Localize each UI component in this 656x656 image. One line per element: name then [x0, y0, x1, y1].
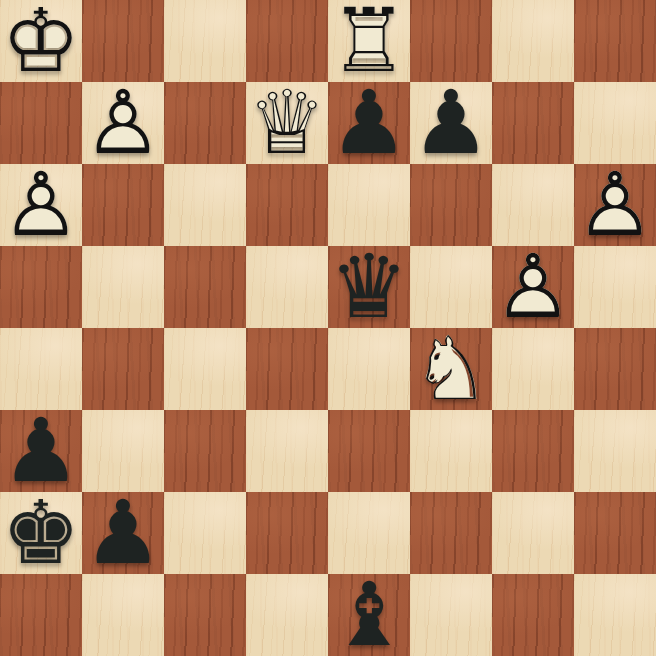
square-e4[interactable]	[328, 328, 410, 410]
queen-glyph-outline: ♕	[246, 82, 328, 164]
square-d2[interactable]	[246, 492, 328, 574]
piece-white-queen[interactable]: ♛♕	[246, 82, 328, 164]
chess-board: ♚♔♜♖♟♙♛♕♟♟♟♙♟♙♛♟♙♞♘♟♚♟♝	[0, 0, 656, 656]
square-h3[interactable]	[574, 410, 656, 492]
square-a3[interactable]: ♟	[0, 410, 82, 492]
pawn-glyph-outline: ♙	[492, 246, 574, 328]
square-d3[interactable]	[246, 410, 328, 492]
square-b3[interactable]	[82, 410, 164, 492]
square-f7[interactable]: ♟	[410, 82, 492, 164]
piece-white-pawn[interactable]: ♟♙	[574, 164, 656, 246]
piece-white-pawn[interactable]: ♟♙	[82, 82, 164, 164]
square-c1[interactable]	[164, 574, 246, 656]
piece-white-knight[interactable]: ♞♘	[410, 328, 492, 410]
square-f6[interactable]	[410, 164, 492, 246]
square-a5[interactable]	[0, 246, 82, 328]
pawn-glyph-fill: ♟	[410, 82, 492, 164]
square-h8[interactable]	[574, 0, 656, 82]
square-e3[interactable]	[328, 410, 410, 492]
square-c7[interactable]	[164, 82, 246, 164]
piece-white-pawn[interactable]: ♟♙	[0, 164, 82, 246]
square-f4[interactable]: ♞♘	[410, 328, 492, 410]
square-e8[interactable]: ♜♖	[328, 0, 410, 82]
square-c6[interactable]	[164, 164, 246, 246]
square-b1[interactable]	[82, 574, 164, 656]
square-c2[interactable]	[164, 492, 246, 574]
king-glyph-fill: ♚	[0, 492, 82, 574]
square-h5[interactable]	[574, 246, 656, 328]
square-g5[interactable]: ♟♙	[492, 246, 574, 328]
piece-white-rook[interactable]: ♜♖	[328, 0, 410, 82]
pawn-glyph-fill: ♟	[0, 410, 82, 492]
piece-black-pawn[interactable]: ♟	[410, 82, 492, 164]
piece-white-king[interactable]: ♚♔	[0, 0, 82, 82]
square-a2[interactable]: ♚	[0, 492, 82, 574]
piece-black-pawn[interactable]: ♟	[328, 82, 410, 164]
square-h1[interactable]	[574, 574, 656, 656]
square-h4[interactable]	[574, 328, 656, 410]
square-a8[interactable]: ♚♔	[0, 0, 82, 82]
square-d8[interactable]	[246, 0, 328, 82]
square-e5[interactable]: ♛	[328, 246, 410, 328]
piece-white-pawn[interactable]: ♟♙	[492, 246, 574, 328]
piece-black-queen[interactable]: ♛	[328, 246, 410, 328]
square-b8[interactable]	[82, 0, 164, 82]
square-f8[interactable]	[410, 0, 492, 82]
square-d1[interactable]	[246, 574, 328, 656]
square-g1[interactable]	[492, 574, 574, 656]
pawn-glyph-fill: ♟	[328, 82, 410, 164]
square-e2[interactable]	[328, 492, 410, 574]
square-a1[interactable]	[0, 574, 82, 656]
square-b2[interactable]: ♟	[82, 492, 164, 574]
square-e7[interactable]: ♟	[328, 82, 410, 164]
king-glyph-outline: ♔	[0, 0, 82, 82]
square-g8[interactable]	[492, 0, 574, 82]
square-d5[interactable]	[246, 246, 328, 328]
square-b7[interactable]: ♟♙	[82, 82, 164, 164]
square-d7[interactable]: ♛♕	[246, 82, 328, 164]
square-f5[interactable]	[410, 246, 492, 328]
pawn-glyph-outline: ♙	[0, 164, 82, 246]
square-a4[interactable]	[0, 328, 82, 410]
square-g6[interactable]	[492, 164, 574, 246]
square-f1[interactable]	[410, 574, 492, 656]
square-b4[interactable]	[82, 328, 164, 410]
piece-black-pawn[interactable]: ♟	[82, 492, 164, 574]
square-g4[interactable]	[492, 328, 574, 410]
square-b5[interactable]	[82, 246, 164, 328]
queen-glyph-fill: ♛	[328, 246, 410, 328]
square-d4[interactable]	[246, 328, 328, 410]
square-f3[interactable]	[410, 410, 492, 492]
square-c4[interactable]	[164, 328, 246, 410]
piece-black-king[interactable]: ♚	[0, 492, 82, 574]
square-d6[interactable]	[246, 164, 328, 246]
square-g2[interactable]	[492, 492, 574, 574]
square-g7[interactable]	[492, 82, 574, 164]
square-b6[interactable]	[82, 164, 164, 246]
knight-glyph-outline: ♘	[410, 328, 492, 410]
bishop-glyph-fill: ♝	[328, 574, 410, 656]
pawn-glyph-fill: ♟	[82, 492, 164, 574]
square-c5[interactable]	[164, 246, 246, 328]
square-c3[interactable]	[164, 410, 246, 492]
square-h7[interactable]	[574, 82, 656, 164]
square-e6[interactable]	[328, 164, 410, 246]
square-f2[interactable]	[410, 492, 492, 574]
square-e1[interactable]: ♝	[328, 574, 410, 656]
rook-glyph-outline: ♖	[328, 0, 410, 82]
pawn-glyph-outline: ♙	[574, 164, 656, 246]
square-a6[interactable]: ♟♙	[0, 164, 82, 246]
square-c8[interactable]	[164, 0, 246, 82]
pawn-glyph-outline: ♙	[82, 82, 164, 164]
square-h2[interactable]	[574, 492, 656, 574]
piece-black-pawn[interactable]: ♟	[0, 410, 82, 492]
piece-black-bishop[interactable]: ♝	[328, 574, 410, 656]
square-a7[interactable]	[0, 82, 82, 164]
square-g3[interactable]	[492, 410, 574, 492]
square-h6[interactable]: ♟♙	[574, 164, 656, 246]
